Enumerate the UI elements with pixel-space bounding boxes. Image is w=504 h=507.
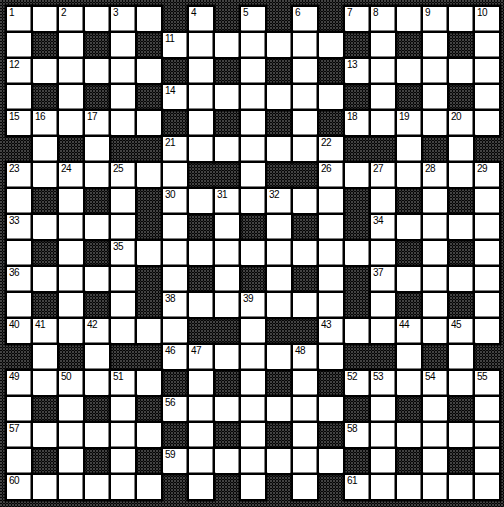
- white-cell-r12c1[interactable]: [7, 293, 31, 317]
- white-cell-r16c13[interactable]: [319, 397, 343, 421]
- white-cell-r4c12[interactable]: [293, 85, 317, 109]
- white-cell-r13c18[interactable]: 45: [449, 319, 473, 343]
- clue-number-42: 42: [87, 319, 97, 330]
- white-cell-r7c2[interactable]: [33, 163, 57, 187]
- white-cell-r13c3[interactable]: [59, 319, 83, 343]
- white-cell-r8c9[interactable]: 31: [215, 189, 239, 213]
- white-cell-r7c1[interactable]: 23: [7, 163, 31, 187]
- white-cell-r12c5[interactable]: [111, 293, 135, 317]
- white-cell-r17c17[interactable]: [423, 423, 447, 447]
- white-cell-r8c12[interactable]: [293, 189, 317, 213]
- white-cell-r12c9[interactable]: [215, 293, 239, 317]
- black-cell-r14c14: [345, 345, 369, 369]
- white-cell-r8c1[interactable]: [7, 189, 31, 213]
- white-cell-r12c19[interactable]: [475, 293, 499, 317]
- white-cell-r15c17[interactable]: 54: [423, 371, 447, 395]
- white-cell-r2c3[interactable]: [59, 33, 83, 57]
- black-cell-r15c9: [215, 371, 239, 395]
- clue-number-51: 51: [113, 371, 123, 382]
- white-cell-r11c18[interactable]: [449, 267, 473, 291]
- white-cell-r9c15[interactable]: 34: [371, 215, 395, 239]
- white-cell-r11c5[interactable]: [111, 267, 135, 291]
- white-cell-r12c17[interactable]: [423, 293, 447, 317]
- white-cell-r5c3[interactable]: [59, 111, 83, 135]
- black-cell-r16c18: [449, 397, 473, 421]
- black-cell-r11c12: [293, 267, 317, 291]
- white-cell-r7c15[interactable]: 27: [371, 163, 395, 187]
- white-cell-r12c15[interactable]: [371, 293, 395, 317]
- white-cell-r18c9[interactable]: [215, 449, 239, 473]
- clue-number-25: 25: [113, 163, 123, 174]
- white-cell-r9c1[interactable]: 33: [7, 215, 31, 239]
- white-cell-r2c12[interactable]: [293, 33, 317, 57]
- black-cell-r11c6: [137, 267, 161, 291]
- white-cell-r13c19[interactable]: [475, 319, 499, 343]
- white-cell-r19c16[interactable]: [397, 475, 421, 499]
- white-cell-r18c5[interactable]: [111, 449, 135, 473]
- white-cell-r13c13[interactable]: 43: [319, 319, 343, 343]
- white-cell-r8c10[interactable]: [241, 189, 265, 213]
- white-cell-r2c11[interactable]: [267, 33, 291, 57]
- white-cell-r5c4[interactable]: 17: [85, 111, 109, 135]
- white-cell-r2c9[interactable]: [215, 33, 239, 57]
- white-cell-r13c15[interactable]: [371, 319, 395, 343]
- white-cell-r13c5[interactable]: [111, 319, 135, 343]
- white-cell-r13c1[interactable]: 40: [7, 319, 31, 343]
- white-cell-r10c1[interactable]: [7, 241, 31, 265]
- white-cell-r10c13[interactable]: [319, 241, 343, 265]
- white-cell-r1c18[interactable]: [449, 7, 473, 31]
- white-cell-r12c7[interactable]: 38: [163, 293, 187, 317]
- clue-number-53: 53: [373, 371, 383, 382]
- white-cell-r3c15[interactable]: [371, 59, 395, 83]
- white-cell-r15c2[interactable]: [33, 371, 57, 395]
- black-cell-r16c16: [397, 397, 421, 421]
- white-cell-r5c2[interactable]: 16: [33, 111, 57, 135]
- white-cell-r13c2[interactable]: 41: [33, 319, 57, 343]
- white-cell-r13c16[interactable]: 44: [397, 319, 421, 343]
- black-cell-r18c2: [33, 449, 57, 473]
- white-cell-r10c8[interactable]: [189, 241, 213, 265]
- white-cell-r15c1[interactable]: 49: [7, 371, 31, 395]
- white-cell-r10c5[interactable]: 35: [111, 241, 135, 265]
- black-cell-r6c14: [345, 137, 369, 161]
- white-cell-r10c6[interactable]: [137, 241, 161, 265]
- white-cell-r10c15[interactable]: [371, 241, 395, 265]
- black-cell-r8c18: [449, 189, 473, 213]
- white-cell-r8c8[interactable]: [189, 189, 213, 213]
- white-cell-r13c6[interactable]: [137, 319, 161, 343]
- white-cell-r14c13[interactable]: [319, 345, 343, 369]
- white-cell-r11c9[interactable]: [215, 267, 239, 291]
- white-cell-r8c17[interactable]: [423, 189, 447, 213]
- white-cell-r12c12[interactable]: [293, 293, 317, 317]
- white-cell-r11c4[interactable]: [85, 267, 109, 291]
- white-cell-r1c17[interactable]: 9: [423, 7, 447, 31]
- clue-number-14: 14: [165, 85, 175, 96]
- black-cell-r17c7: [163, 423, 187, 447]
- white-cell-r4c15[interactable]: [371, 85, 395, 109]
- white-cell-r15c6[interactable]: [137, 371, 161, 395]
- white-cell-r17c5[interactable]: [111, 423, 135, 447]
- white-cell-r16c9[interactable]: [215, 397, 239, 421]
- white-cell-r3c18[interactable]: [449, 59, 473, 83]
- white-cell-r14c10[interactable]: [241, 345, 265, 369]
- white-cell-r8c3[interactable]: [59, 189, 83, 213]
- white-cell-r16c7[interactable]: 56: [163, 397, 187, 421]
- white-cell-r1c16[interactable]: [397, 7, 421, 31]
- white-cell-r18c1[interactable]: [7, 449, 31, 473]
- white-cell-r9c11[interactable]: [267, 215, 291, 239]
- white-cell-r1c2[interactable]: [33, 7, 57, 31]
- white-cell-r18c13[interactable]: [319, 449, 343, 473]
- white-cell-r6c16[interactable]: [397, 137, 421, 161]
- white-cell-r9c9[interactable]: [215, 215, 239, 239]
- white-cell-r15c8[interactable]: [189, 371, 213, 395]
- white-cell-r10c11[interactable]: [267, 241, 291, 265]
- white-cell-r17c18[interactable]: [449, 423, 473, 447]
- white-cell-r2c15[interactable]: [371, 33, 395, 57]
- white-cell-r14c12[interactable]: 48: [293, 345, 317, 369]
- white-cell-r17c6[interactable]: [137, 423, 161, 447]
- white-cell-r7c13[interactable]: 26: [319, 163, 343, 187]
- white-cell-r10c14[interactable]: [345, 241, 369, 265]
- white-cell-r1c12[interactable]: 6: [293, 7, 317, 31]
- white-cell-r9c7[interactable]: [163, 215, 187, 239]
- white-cell-r8c5[interactable]: [111, 189, 135, 213]
- white-cell-r19c10[interactable]: [241, 475, 265, 499]
- white-cell-r2c8[interactable]: [189, 33, 213, 57]
- white-cell-r5c14[interactable]: 18: [345, 111, 369, 135]
- white-cell-r17c14[interactable]: 58: [345, 423, 369, 447]
- white-cell-r7c16[interactable]: [397, 163, 421, 187]
- black-cell-r3c13: [319, 59, 343, 83]
- white-cell-r16c15[interactable]: [371, 397, 395, 421]
- white-cell-r5c16[interactable]: 19: [397, 111, 421, 135]
- white-cell-r19c15[interactable]: [371, 475, 395, 499]
- white-cell-r6c18[interactable]: [449, 137, 473, 161]
- clue-number-58: 58: [347, 423, 357, 434]
- white-cell-r5c15[interactable]: [371, 111, 395, 135]
- white-cell-r5c10[interactable]: [241, 111, 265, 135]
- white-cell-r6c8[interactable]: [189, 137, 213, 161]
- white-cell-r14c9[interactable]: [215, 345, 239, 369]
- white-cell-r19c3[interactable]: [59, 475, 83, 499]
- white-cell-r18c19[interactable]: [475, 449, 499, 473]
- black-cell-r4c2: [33, 85, 57, 109]
- white-cell-r14c16[interactable]: [397, 345, 421, 369]
- white-cell-r1c19[interactable]: 10: [475, 7, 499, 31]
- white-cell-r7c14[interactable]: [345, 163, 369, 187]
- white-cell-r3c6[interactable]: [137, 59, 161, 83]
- white-cell-r17c2[interactable]: [33, 423, 57, 447]
- white-cell-r17c8[interactable]: [189, 423, 213, 447]
- white-cell-r3c5[interactable]: [111, 59, 135, 83]
- white-cell-r11c2[interactable]: [33, 267, 57, 291]
- white-cell-r11c11[interactable]: [267, 267, 291, 291]
- white-cell-r10c9[interactable]: [215, 241, 239, 265]
- white-cell-r15c4[interactable]: [85, 371, 109, 395]
- clue-number-39: 39: [243, 293, 253, 304]
- white-cell-r3c3[interactable]: [59, 59, 83, 83]
- black-cell-r6c15: [371, 137, 395, 161]
- white-cell-r7c6[interactable]: [137, 163, 161, 187]
- white-cell-r10c7[interactable]: [163, 241, 187, 265]
- white-cell-r4c5[interactable]: [111, 85, 135, 109]
- white-cell-r18c12[interactable]: [293, 449, 317, 473]
- white-cell-r6c11[interactable]: [267, 137, 291, 161]
- white-cell-r8c15[interactable]: [371, 189, 395, 213]
- white-cell-r9c17[interactable]: [423, 215, 447, 239]
- white-cell-r9c16[interactable]: [397, 215, 421, 239]
- white-cell-r17c19[interactable]: [475, 423, 499, 447]
- white-cell-r19c18[interactable]: [449, 475, 473, 499]
- white-cell-r4c13[interactable]: [319, 85, 343, 109]
- white-cell-r7c3[interactable]: 24: [59, 163, 83, 187]
- white-cell-r12c8[interactable]: [189, 293, 213, 317]
- white-cell-r3c16[interactable]: [397, 59, 421, 83]
- white-cell-r1c4[interactable]: [85, 7, 109, 31]
- white-cell-r11c19[interactable]: [475, 267, 499, 291]
- white-cell-r17c10[interactable]: [241, 423, 265, 447]
- white-cell-r9c3[interactable]: [59, 215, 83, 239]
- white-cell-r16c12[interactable]: [293, 397, 317, 421]
- black-cell-r8c16: [397, 189, 421, 213]
- white-cell-r11c15[interactable]: 37: [371, 267, 395, 291]
- white-cell-r5c12[interactable]: [293, 111, 317, 135]
- clue-number-3: 3: [113, 7, 118, 18]
- clue-number-46: 46: [165, 345, 175, 356]
- white-cell-r15c10[interactable]: [241, 371, 265, 395]
- white-cell-r14c11[interactable]: [267, 345, 291, 369]
- white-cell-r7c4[interactable]: [85, 163, 109, 187]
- white-cell-r19c4[interactable]: [85, 475, 109, 499]
- white-cell-r14c7[interactable]: 46: [163, 345, 187, 369]
- white-cell-r13c14[interactable]: [345, 319, 369, 343]
- white-cell-r3c4[interactable]: [85, 59, 109, 83]
- white-cell-r12c10[interactable]: 39: [241, 293, 265, 317]
- white-cell-r5c5[interactable]: [111, 111, 135, 135]
- white-cell-r8c13[interactable]: [319, 189, 343, 213]
- white-cell-r17c1[interactable]: 57: [7, 423, 31, 447]
- black-cell-r2c16: [397, 33, 421, 57]
- white-cell-r15c14[interactable]: 52: [345, 371, 369, 395]
- white-cell-r19c17[interactable]: [423, 475, 447, 499]
- white-cell-r4c8[interactable]: [189, 85, 213, 109]
- white-cell-r3c1[interactable]: 12: [7, 59, 31, 83]
- white-cell-r9c2[interactable]: [33, 215, 57, 239]
- white-cell-r4c11[interactable]: [267, 85, 291, 109]
- white-cell-r13c7[interactable]: [163, 319, 187, 343]
- white-cell-r18c7[interactable]: 59: [163, 449, 187, 473]
- white-cell-r3c19[interactable]: [475, 59, 499, 83]
- white-cell-r3c10[interactable]: [241, 59, 265, 83]
- white-cell-r6c2[interactable]: [33, 137, 57, 161]
- black-cell-r14c15: [371, 345, 395, 369]
- white-cell-r19c19[interactable]: [475, 475, 499, 499]
- white-cell-r4c1[interactable]: [7, 85, 31, 109]
- white-cell-r16c11[interactable]: [267, 397, 291, 421]
- white-cell-r10c10[interactable]: [241, 241, 265, 265]
- white-cell-r16c19[interactable]: [475, 397, 499, 421]
- black-cell-r6c17: [423, 137, 447, 161]
- white-cell-r9c4[interactable]: [85, 215, 109, 239]
- white-cell-r16c1[interactable]: [7, 397, 31, 421]
- white-cell-r4c17[interactable]: [423, 85, 447, 109]
- white-cell-r6c10[interactable]: [241, 137, 265, 161]
- white-cell-r8c7[interactable]: 30: [163, 189, 187, 213]
- white-cell-r1c5[interactable]: 3: [111, 7, 135, 31]
- white-cell-r16c3[interactable]: [59, 397, 83, 421]
- white-cell-r11c16[interactable]: [397, 267, 421, 291]
- white-cell-r18c15[interactable]: [371, 449, 395, 473]
- white-cell-r7c10[interactable]: [241, 163, 265, 187]
- black-cell-r3c7: [163, 59, 187, 83]
- white-cell-r11c1[interactable]: 36: [7, 267, 31, 291]
- white-cell-r6c4[interactable]: [85, 137, 109, 161]
- white-cell-r5c6[interactable]: [137, 111, 161, 135]
- white-cell-r4c3[interactable]: [59, 85, 83, 109]
- white-cell-r8c11[interactable]: 32: [267, 189, 291, 213]
- white-cell-r2c17[interactable]: [423, 33, 447, 57]
- black-cell-r19c9: [215, 475, 239, 499]
- white-cell-r18c3[interactable]: [59, 449, 83, 473]
- white-cell-r15c15[interactable]: 53: [371, 371, 395, 395]
- white-cell-r14c2[interactable]: [33, 345, 57, 369]
- white-cell-r7c5[interactable]: 25: [111, 163, 135, 187]
- white-cell-r9c13[interactable]: [319, 215, 343, 239]
- white-cell-r1c3[interactable]: 2: [59, 7, 83, 31]
- white-cell-r2c13[interactable]: [319, 33, 343, 57]
- white-cell-r15c18[interactable]: [449, 371, 473, 395]
- white-cell-r9c5[interactable]: [111, 215, 135, 239]
- white-cell-r14c8[interactable]: 47: [189, 345, 213, 369]
- white-cell-r11c17[interactable]: [423, 267, 447, 291]
- white-cell-r17c16[interactable]: [397, 423, 421, 447]
- white-cell-r2c19[interactable]: [475, 33, 499, 57]
- white-cell-r12c13[interactable]: [319, 293, 343, 317]
- black-cell-r18c18: [449, 449, 473, 473]
- white-cell-r18c17[interactable]: [423, 449, 447, 473]
- white-cell-r1c1[interactable]: 1: [7, 7, 31, 31]
- white-cell-r1c10[interactable]: 5: [241, 7, 265, 31]
- white-cell-r16c17[interactable]: [423, 397, 447, 421]
- white-cell-r15c5[interactable]: 51: [111, 371, 135, 395]
- white-cell-r1c14[interactable]: 7: [345, 7, 369, 31]
- white-cell-r16c8[interactable]: [189, 397, 213, 421]
- white-cell-r16c5[interactable]: [111, 397, 135, 421]
- white-cell-r2c1[interactable]: [7, 33, 31, 57]
- white-cell-r16c10[interactable]: [241, 397, 265, 421]
- white-cell-r10c19[interactable]: [475, 241, 499, 265]
- white-cell-r10c12[interactable]: [293, 241, 317, 265]
- white-cell-r19c6[interactable]: [137, 475, 161, 499]
- white-cell-r5c19[interactable]: [475, 111, 499, 135]
- white-cell-r4c7[interactable]: 14: [163, 85, 187, 109]
- white-cell-r4c19[interactable]: [475, 85, 499, 109]
- white-cell-r7c19[interactable]: 29: [475, 163, 499, 187]
- white-cell-r11c3[interactable]: [59, 267, 83, 291]
- white-cell-r7c18[interactable]: [449, 163, 473, 187]
- white-cell-r6c7[interactable]: 21: [163, 137, 187, 161]
- white-cell-r12c3[interactable]: [59, 293, 83, 317]
- clue-number-45: 45: [451, 319, 461, 330]
- white-cell-r7c7[interactable]: [163, 163, 187, 187]
- clue-number-28: 28: [425, 163, 435, 174]
- white-cell-r10c3[interactable]: [59, 241, 83, 265]
- white-cell-r17c3[interactable]: [59, 423, 83, 447]
- white-cell-r9c19[interactable]: [475, 215, 499, 239]
- white-cell-r12c11[interactable]: [267, 293, 291, 317]
- white-cell-r13c10[interactable]: [241, 319, 265, 343]
- white-cell-r15c3[interactable]: 50: [59, 371, 83, 395]
- white-cell-r3c14[interactable]: 13: [345, 59, 369, 83]
- clue-number-54: 54: [425, 371, 435, 382]
- white-cell-r3c17[interactable]: [423, 59, 447, 83]
- white-cell-r3c2[interactable]: [33, 59, 57, 83]
- white-cell-r19c12[interactable]: [293, 475, 317, 499]
- white-cell-r19c14[interactable]: 61: [345, 475, 369, 499]
- white-cell-r5c1[interactable]: 15: [7, 111, 31, 135]
- white-cell-r19c2[interactable]: [33, 475, 57, 499]
- white-cell-r5c8[interactable]: [189, 111, 213, 135]
- white-cell-r14c18[interactable]: [449, 345, 473, 369]
- white-cell-r9c18[interactable]: [449, 215, 473, 239]
- white-cell-r10c17[interactable]: [423, 241, 447, 265]
- white-cell-r14c4[interactable]: [85, 345, 109, 369]
- white-cell-r13c17[interactable]: [423, 319, 447, 343]
- white-cell-r17c15[interactable]: [371, 423, 395, 447]
- white-cell-r6c12[interactable]: [293, 137, 317, 161]
- white-cell-r11c13[interactable]: [319, 267, 343, 291]
- white-cell-r18c11[interactable]: [267, 449, 291, 473]
- white-cell-r18c10[interactable]: [241, 449, 265, 473]
- white-cell-r11c7[interactable]: [163, 267, 187, 291]
- white-cell-r19c8[interactable]: [189, 475, 213, 499]
- white-cell-r18c8[interactable]: [189, 449, 213, 473]
- black-cell-r12c14: [345, 293, 369, 317]
- white-cell-r1c15[interactable]: 8: [371, 7, 395, 31]
- white-cell-r3c8[interactable]: [189, 59, 213, 83]
- white-cell-r17c12[interactable]: [293, 423, 317, 447]
- white-cell-r17c4[interactable]: [85, 423, 109, 447]
- white-cell-r2c5[interactable]: [111, 33, 135, 57]
- black-cell-r4c4: [85, 85, 109, 109]
- black-cell-r5c11: [267, 111, 291, 135]
- white-cell-r5c17[interactable]: [423, 111, 447, 135]
- white-cell-r4c10[interactable]: [241, 85, 265, 109]
- white-cell-r4c9[interactable]: [215, 85, 239, 109]
- white-cell-r6c13[interactable]: 22: [319, 137, 343, 161]
- black-cell-r15c13: [319, 371, 343, 395]
- white-cell-r19c5[interactable]: [111, 475, 135, 499]
- white-cell-r7c17[interactable]: 28: [423, 163, 447, 187]
- white-cell-r15c16[interactable]: [397, 371, 421, 395]
- white-cell-r1c6[interactable]: [137, 7, 161, 31]
- white-cell-r5c18[interactable]: 20: [449, 111, 473, 135]
- black-cell-r11c10: [241, 267, 265, 291]
- white-cell-r15c19[interactable]: 55: [475, 371, 499, 395]
- white-cell-r8c19[interactable]: [475, 189, 499, 213]
- white-cell-r2c10[interactable]: [241, 33, 265, 57]
- white-cell-r2c7[interactable]: 11: [163, 33, 187, 57]
- white-cell-r3c12[interactable]: [293, 59, 317, 83]
- white-cell-r19c1[interactable]: 60: [7, 475, 31, 499]
- white-cell-r6c9[interactable]: [215, 137, 239, 161]
- white-cell-r13c4[interactable]: 42: [85, 319, 109, 343]
- white-cell-r15c12[interactable]: [293, 371, 317, 395]
- white-cell-r1c8[interactable]: 4: [189, 7, 213, 31]
